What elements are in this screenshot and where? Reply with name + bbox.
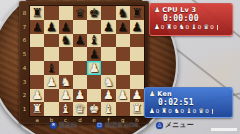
square-h5[interactable] — [130, 47, 144, 61]
square-h8[interactable]: ♜ — [130, 6, 144, 20]
captured-b-icon: ♝ — [186, 108, 192, 115]
captured-p-count: 0 — [161, 25, 165, 31]
piece-white-k-e1: ♚ — [89, 103, 100, 115]
rank-label-7: 7 — [19, 20, 30, 34]
piece-white-p-c2: ♟ — [60, 89, 71, 101]
piece-white-r-h1: ♜ — [131, 103, 142, 115]
square-b5[interactable] — [44, 47, 58, 61]
piece-black-p-e5: ♟ — [89, 48, 100, 60]
piece-black-b-e6: ♝ — [89, 34, 100, 46]
square-d7[interactable] — [73, 20, 87, 34]
captured-n-count: 0 — [180, 109, 184, 115]
piece-white-b-f1: ♝ — [103, 103, 114, 115]
piece-white-b-c1: ♝ — [60, 103, 71, 115]
square-h7[interactable]: ♟ — [130, 20, 144, 34]
square-g7[interactable]: ♟ — [116, 20, 130, 34]
piece-black-r-a8: ♜ — [32, 7, 43, 19]
square-f5[interactable] — [101, 47, 115, 61]
piece-black-p-b7: ♟ — [46, 21, 57, 33]
square-g8[interactable]: ♞ — [116, 6, 130, 20]
square-e5[interactable]: ♟ — [87, 47, 101, 61]
piece-white-n-c3: ♞ — [60, 76, 71, 88]
rank-label-3: 3 — [19, 75, 30, 89]
square-f4[interactable] — [101, 61, 115, 75]
square-g3[interactable] — [116, 75, 130, 89]
square-g5[interactable] — [116, 47, 130, 61]
piece-white-p-g2: ♟ — [117, 89, 128, 101]
human-clock: 0:02:51 — [149, 98, 228, 107]
cpu-captured-tray: ♟0♜0♞0♝0♛0 — [154, 24, 228, 31]
rank-label-4: 4 — [19, 61, 30, 75]
piece-white-p-h2: ♟ — [131, 89, 142, 101]
cpu-clock: 0:00:00 — [154, 14, 228, 23]
square-a3[interactable] — [30, 75, 44, 89]
square-a4[interactable] — [30, 61, 44, 75]
square-g2[interactable]: ♟ — [116, 89, 130, 103]
rank-label-5: 5 — [19, 47, 30, 61]
piece-white-p-e4: ♟ — [89, 62, 100, 74]
square-f3[interactable]: ♞ — [101, 75, 115, 89]
piece-black-b-b4: ♝ — [46, 62, 57, 74]
piece-black-n-g8: ♞ — [117, 7, 128, 19]
chess-game-screen: ♜♛♚♞♜♟♟♟♟♟♟♞♟♝♟♝♟♟♞♞♟♟♟♟♟♟♜♝♛♚♝♜ 8765432… — [0, 0, 240, 134]
square-f6[interactable] — [101, 34, 115, 48]
square-c2[interactable]: ♟ — [59, 89, 73, 103]
piece-black-p-c7: ♟ — [60, 21, 71, 33]
menu-label: メニュー — [165, 120, 194, 130]
piece-white-p-a2: ♟ — [32, 89, 43, 101]
piece-black-p-a7: ♟ — [32, 21, 43, 33]
square-h3[interactable] — [130, 75, 144, 89]
piece-black-p-f7: ♟ — [103, 21, 114, 33]
square-b7[interactable]: ♟ — [44, 20, 58, 34]
square-e7[interactable] — [87, 20, 101, 34]
notation-toggle-hint[interactable]: □ 棋譜表示ON — [96, 121, 138, 130]
piece-black-p-h7: ♟ — [131, 21, 142, 33]
chess-board[interactable]: ♜♛♚♞♜♟♟♟♟♟♟♞♟♝♟♝♟♟♞♞♟♟♟♟♟♟♜♝♛♚♝♜ — [30, 6, 144, 116]
square-f7[interactable]: ♟ — [101, 20, 115, 34]
square-b3[interactable]: ♟ — [44, 75, 58, 89]
cross-button-icon: ✕ — [50, 122, 57, 129]
square-c8[interactable] — [59, 6, 73, 20]
captured-n-count: 0 — [185, 25, 189, 31]
captured-p-count: 0 — [156, 109, 160, 115]
captured-q-icon: ♛ — [198, 108, 204, 115]
piece-black-p-g7: ♟ — [117, 21, 128, 33]
square-c5[interactable] — [59, 47, 73, 61]
square-a5[interactable] — [30, 47, 44, 61]
square-e1[interactable]: ♚ — [87, 102, 101, 116]
square-d5[interactable] — [73, 47, 87, 61]
captured-q-count: 0 — [205, 109, 209, 115]
pawn-icon: ♟ — [154, 7, 160, 14]
rank-label-8: 8 — [19, 6, 30, 20]
square-b1[interactable] — [44, 102, 58, 116]
triangle-button-icon: △ — [156, 122, 163, 129]
square-e2[interactable] — [87, 89, 101, 103]
square-c7[interactable]: ♟ — [59, 20, 73, 34]
captured-b-count: 0 — [193, 109, 197, 115]
square-c3[interactable]: ♞ — [59, 75, 73, 89]
captured-p-icon: ♟ — [154, 24, 160, 31]
square-b2[interactable] — [44, 89, 58, 103]
square-h1[interactable]: ♜ — [130, 102, 144, 116]
piece-black-q-d8: ♛ — [74, 7, 85, 19]
captured-n-icon: ♞ — [179, 24, 185, 31]
square-a1[interactable]: ♜ — [30, 102, 44, 116]
piece-black-p-d6: ♟ — [74, 34, 85, 46]
human-player-name: Ken — [157, 90, 172, 98]
square-d4[interactable] — [73, 61, 87, 75]
human-player-panel: ♟ Ken 0:02:51 ♟0♜0♞0♝0♛0 — [144, 87, 233, 118]
square-a7[interactable]: ♟ — [30, 20, 44, 34]
flip-board-hint[interactable]: ✕ 盤反転 — [50, 121, 77, 130]
square-d2[interactable]: ♟ — [73, 89, 87, 103]
square-g4[interactable] — [116, 61, 130, 75]
captured-r-icon: ♜ — [166, 24, 172, 31]
menu-button[interactable]: △ メニュー — [156, 120, 194, 130]
piece-white-p-b3: ♟ — [46, 76, 57, 88]
square-b8[interactable] — [44, 6, 58, 20]
square-e6[interactable]: ♝ — [87, 34, 101, 48]
piece-white-r-a1: ♜ — [32, 103, 43, 115]
square-h2[interactable]: ♟ — [130, 89, 144, 103]
square-d8[interactable]: ♛ — [73, 6, 87, 20]
captured-q-count: 0 — [210, 25, 214, 31]
piece-white-p-d2: ♟ — [74, 89, 85, 101]
captured-p-icon: ♟ — [149, 108, 155, 115]
square-a6[interactable] — [30, 34, 44, 48]
captured-b-count: 0 — [198, 25, 202, 31]
square-e3[interactable] — [87, 75, 101, 89]
cpu-player-name: CPU Lv 3 — [162, 6, 196, 14]
square-c4[interactable] — [59, 61, 73, 75]
notation-toggle-label: 棋譜表示ON — [105, 121, 138, 130]
captured-q-icon: ♛ — [203, 24, 209, 31]
cpu-player-panel: ♟ CPU Lv 3 0:00:00 ♟0♜0♞0♝0♛0 — [149, 3, 233, 36]
captured-r-count: 0 — [173, 25, 177, 31]
rank-label-1: 1 — [19, 102, 30, 116]
square-b4[interactable]: ♝ — [44, 61, 58, 75]
copyright-text: © — [206, 127, 238, 132]
square-d6[interactable]: ♟ — [73, 34, 87, 48]
square-c1[interactable]: ♝ — [59, 102, 73, 116]
square-d1[interactable]: ♛ — [73, 102, 87, 116]
square-g6[interactable] — [116, 34, 130, 48]
square-h4[interactable] — [130, 61, 144, 75]
square-a2[interactable]: ♟ — [30, 89, 44, 103]
captured-r-icon: ♜ — [161, 108, 167, 115]
file-label-a: a — [30, 117, 44, 123]
captured-r-count: 0 — [168, 109, 172, 115]
square-d3[interactable] — [73, 75, 87, 89]
square-g1[interactable] — [116, 102, 130, 116]
captured-b-icon: ♝ — [191, 24, 197, 31]
square-e8[interactable]: ♚ — [87, 6, 101, 20]
piece-white-q-d1: ♛ — [74, 103, 85, 115]
flip-board-label: 盤反転 — [59, 121, 77, 130]
square-f8[interactable] — [101, 6, 115, 20]
piece-white-p-f2: ♟ — [103, 89, 114, 101]
square-a8[interactable]: ♜ — [30, 6, 44, 20]
piece-white-n-f3: ♞ — [103, 76, 114, 88]
square-button-icon: □ — [96, 122, 103, 129]
piece-black-n-c6: ♞ — [60, 34, 71, 46]
square-f1[interactable]: ♝ — [101, 102, 115, 116]
square-b6[interactable] — [44, 34, 58, 48]
square-e4[interactable]: ♟ — [87, 61, 101, 75]
piece-black-k-e8: ♚ — [89, 7, 100, 19]
pawn-icon: ♟ — [149, 91, 155, 98]
square-f2[interactable]: ♟ — [101, 89, 115, 103]
captured-n-icon: ♞ — [174, 108, 180, 115]
square-h6[interactable] — [130, 34, 144, 48]
rank-label-2: 2 — [19, 89, 30, 103]
rank-label-6: 6 — [19, 34, 30, 48]
rank-labels: 87654321 — [19, 6, 30, 116]
piece-black-r-h8: ♜ — [131, 7, 142, 19]
human-captured-tray: ♟0♜0♞0♝0♛0 — [149, 108, 228, 115]
square-c6[interactable]: ♞ — [59, 34, 73, 48]
